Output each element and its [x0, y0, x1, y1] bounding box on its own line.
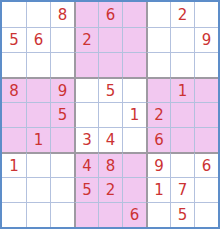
- sudoku-cell-r9c1[interactable]: [2, 202, 26, 227]
- sudoku-cell-r5c5[interactable]: [98, 102, 122, 127]
- sudoku-cell-r4c3[interactable]: 9: [50, 77, 74, 102]
- sudoku-cell-r6c5[interactable]: 4: [98, 127, 122, 152]
- sudoku-cell-r8c2[interactable]: [26, 177, 50, 202]
- sudoku-cell-r6c8[interactable]: [170, 127, 194, 152]
- sudoku-cell-r2c3[interactable]: [50, 27, 74, 52]
- sudoku-cell-r2c5[interactable]: [98, 27, 122, 52]
- sudoku-cell-r8c3[interactable]: [50, 177, 74, 202]
- sudoku-cell-r1c5[interactable]: 6: [98, 2, 122, 27]
- sudoku-cell-r9c8[interactable]: 5: [170, 202, 194, 227]
- sudoku-cell-r6c6[interactable]: [122, 127, 146, 152]
- sudoku-cell-r4c7[interactable]: [146, 77, 170, 102]
- sudoku-cell-r2c7[interactable]: [146, 27, 170, 52]
- sudoku-cell-r9c4[interactable]: [74, 202, 98, 227]
- sudoku-cell-r7c6[interactable]: [122, 152, 146, 177]
- sudoku-cell-r4c1[interactable]: 8: [2, 77, 26, 102]
- sudoku-cell-r1c2[interactable]: [26, 2, 50, 27]
- sudoku-cell-r7c3[interactable]: [50, 152, 74, 177]
- sudoku-cell-r5c3[interactable]: 5: [50, 102, 74, 127]
- sudoku-cell-r3c2[interactable]: [26, 52, 50, 77]
- sudoku-cell-r8c8[interactable]: 7: [170, 177, 194, 202]
- sudoku-cell-r4c2[interactable]: [26, 77, 50, 102]
- sudoku-cell-r1c6[interactable]: [122, 2, 146, 27]
- sudoku-cell-r2c8[interactable]: [170, 27, 194, 52]
- sudoku-cell-r9c6[interactable]: 6: [122, 202, 146, 227]
- sudoku-cell-r1c1[interactable]: [2, 2, 26, 27]
- sudoku-cell-r7c8[interactable]: [170, 152, 194, 177]
- sudoku-cell-r3c9[interactable]: [194, 52, 218, 77]
- sudoku-cell-r2c6[interactable]: [122, 27, 146, 52]
- sudoku-cell-r3c7[interactable]: [146, 52, 170, 77]
- sudoku-cell-r6c7[interactable]: 6: [146, 127, 170, 152]
- sudoku-cell-r3c3[interactable]: [50, 52, 74, 77]
- sudoku-cell-r8c6[interactable]: [122, 177, 146, 202]
- sudoku-cell-r1c8[interactable]: 2: [170, 2, 194, 27]
- sudoku-cell-r8c9[interactable]: [194, 177, 218, 202]
- sudoku-cell-r1c7[interactable]: [146, 2, 170, 27]
- sudoku-cell-r3c1[interactable]: [2, 52, 26, 77]
- sudoku-cell-r2c9[interactable]: 9: [194, 27, 218, 52]
- sudoku-cell-r7c1[interactable]: 1: [2, 152, 26, 177]
- sudoku-cell-r4c8[interactable]: 1: [170, 77, 194, 102]
- sudoku-cell-r9c5[interactable]: [98, 202, 122, 227]
- sudoku-cell-r4c6[interactable]: [122, 77, 146, 102]
- sudoku-cell-r6c1[interactable]: [2, 127, 26, 152]
- sudoku-cell-r7c2[interactable]: [26, 152, 50, 177]
- sudoku-cell-r2c1[interactable]: 5: [2, 27, 26, 52]
- sudoku-cell-r8c4[interactable]: 5: [74, 177, 98, 202]
- sudoku-cell-r9c9[interactable]: [194, 202, 218, 227]
- sudoku-cell-r3c6[interactable]: [122, 52, 146, 77]
- sudoku-cell-r5c7[interactable]: 2: [146, 102, 170, 127]
- sudoku-cell-r8c1[interactable]: [2, 177, 26, 202]
- sudoku-cell-r9c3[interactable]: [50, 202, 74, 227]
- sudoku-cell-r5c2[interactable]: [26, 102, 50, 127]
- sudoku-cell-r8c5[interactable]: 2: [98, 177, 122, 202]
- sudoku-cell-r5c1[interactable]: [2, 102, 26, 127]
- sudoku-cell-r2c2[interactable]: 6: [26, 27, 50, 52]
- sudoku-cell-r7c5[interactable]: 8: [98, 152, 122, 177]
- sudoku-cell-r9c7[interactable]: [146, 202, 170, 227]
- sudoku-cell-r4c4[interactable]: [74, 77, 98, 102]
- sudoku-cell-r6c3[interactable]: [50, 127, 74, 152]
- sudoku-cell-r2c4[interactable]: 2: [74, 27, 98, 52]
- sudoku-cell-r1c4[interactable]: [74, 2, 98, 27]
- sudoku-cell-r3c5[interactable]: [98, 52, 122, 77]
- sudoku-cell-r4c5[interactable]: 5: [98, 77, 122, 102]
- sudoku-cell-r4c9[interactable]: [194, 77, 218, 102]
- sudoku-cell-r6c2[interactable]: 1: [26, 127, 50, 152]
- sudoku-cell-r5c4[interactable]: [74, 102, 98, 127]
- sudoku-cell-r1c9[interactable]: [194, 2, 218, 27]
- sudoku-cell-r6c9[interactable]: [194, 127, 218, 152]
- sudoku-cell-r7c9[interactable]: 6: [194, 152, 218, 177]
- sudoku-cell-r5c8[interactable]: [170, 102, 194, 127]
- sudoku-cell-r5c6[interactable]: 1: [122, 102, 146, 127]
- sudoku-cell-r7c7[interactable]: 9: [146, 152, 170, 177]
- sudoku-cell-r3c4[interactable]: [74, 52, 98, 77]
- sudoku-cell-r9c2[interactable]: [26, 202, 50, 227]
- sudoku-cell-r3c8[interactable]: [170, 52, 194, 77]
- sudoku-cell-r8c7[interactable]: 1: [146, 177, 170, 202]
- sudoku-cell-r1c3[interactable]: 8: [50, 2, 74, 27]
- sudoku-cell-r5c9[interactable]: [194, 102, 218, 127]
- sudoku-board: 86256298951512134614896521765: [0, 0, 220, 229]
- sudoku-cell-r7c4[interactable]: 4: [74, 152, 98, 177]
- sudoku-cell-r6c4[interactable]: 3: [74, 127, 98, 152]
